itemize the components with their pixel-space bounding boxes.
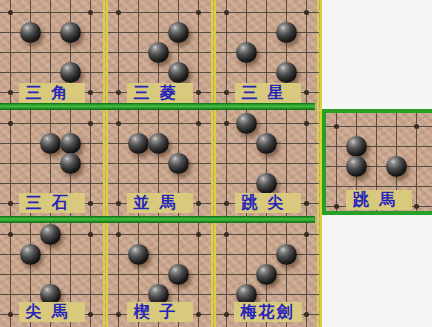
panel-tiao-ma: 跳馬 (326, 113, 432, 211)
black-stone (168, 62, 189, 83)
star-point-dot (414, 124, 419, 129)
formation-label-xie-zi: 楔子 (127, 302, 193, 322)
star-point-dot (224, 90, 229, 95)
star-point-dot (304, 232, 309, 237)
black-stone (256, 264, 277, 285)
star-point-dot (88, 10, 93, 15)
star-point-dot (304, 201, 309, 206)
star-point-dot (224, 232, 229, 237)
panel-san-jiao: 三角 (0, 0, 103, 103)
star-point-dot (196, 312, 201, 317)
star-point-dot (224, 10, 229, 15)
black-stone (20, 244, 41, 265)
star-point-dot (88, 312, 93, 317)
star-point-dot (196, 201, 201, 206)
star-point-dot (304, 121, 309, 126)
star-point-dot (196, 232, 201, 237)
row-separator-green-1 (0, 103, 315, 110)
star-point-dot (8, 201, 13, 206)
star-point-dot (334, 204, 339, 209)
black-stone (276, 62, 297, 83)
panel-bing-ma: 並馬 (108, 110, 211, 216)
star-point-dot (8, 121, 13, 126)
black-stone (148, 42, 169, 63)
black-stone (236, 42, 257, 63)
panel-xie-zi: 楔子 (108, 222, 211, 327)
go-shapes-chart: 三角三菱三星三石並馬跳尖跳馬尖馬楔子梅花劍 (0, 0, 432, 327)
black-stone (256, 133, 277, 154)
formation-label-san-shi: 三石 (19, 193, 85, 213)
star-point-dot (88, 90, 93, 95)
black-stone (236, 113, 257, 134)
panel-san-xing: 三星 (216, 0, 319, 103)
black-stone (168, 153, 189, 174)
star-point-dot (116, 90, 121, 95)
black-stone (60, 133, 81, 154)
star-point-dot (304, 90, 309, 95)
panel-san-ling: 三菱 (108, 0, 211, 103)
panel-jian-ma: 尖馬 (0, 222, 103, 327)
panel-tiao-jian: 跳尖 (216, 110, 319, 216)
star-point-dot (116, 201, 121, 206)
star-point-dot (196, 10, 201, 15)
star-point-dot (224, 312, 229, 317)
black-stone (40, 224, 61, 245)
black-stone (128, 244, 149, 265)
formation-label-jian-ma: 尖馬 (19, 302, 85, 322)
star-point-dot (8, 90, 13, 95)
black-stone (168, 22, 189, 43)
black-stone (386, 156, 407, 177)
star-point-dot (88, 121, 93, 126)
star-point-dot (88, 201, 93, 206)
star-point-dot (88, 232, 93, 237)
black-stone (346, 156, 367, 177)
star-point-dot (116, 312, 121, 317)
panel-san-shi: 三石 (0, 110, 103, 216)
black-stone (276, 244, 297, 265)
star-point-dot (304, 10, 309, 15)
star-point-dot (414, 204, 419, 209)
star-point-dot (196, 90, 201, 95)
star-point-dot (8, 312, 13, 317)
star-point-dot (8, 232, 13, 237)
star-point-dot (116, 121, 121, 126)
formation-label-tiao-ma: 跳馬 (346, 190, 412, 210)
black-stone (60, 22, 81, 43)
black-stone (148, 133, 169, 154)
formation-label-san-ling: 三菱 (127, 83, 193, 103)
formation-label-mei-hua-jian: 梅花劍 (234, 302, 302, 322)
formation-label-san-xing: 三星 (235, 83, 301, 103)
black-stone (168, 264, 189, 285)
formation-label-bing-ma: 並馬 (127, 193, 193, 213)
black-stone (40, 133, 61, 154)
black-stone (128, 133, 149, 154)
star-point-dot (224, 121, 229, 126)
black-stone (20, 22, 41, 43)
black-stone (60, 62, 81, 83)
black-stone (346, 136, 367, 157)
black-stone (60, 153, 81, 174)
black-stone (256, 173, 277, 194)
star-point-dot (334, 124, 339, 129)
formation-label-tiao-jian: 跳尖 (235, 193, 301, 213)
star-point-dot (304, 312, 309, 317)
star-point-dot (116, 10, 121, 15)
star-point-dot (116, 232, 121, 237)
black-stone (276, 22, 297, 43)
star-point-dot (8, 10, 13, 15)
formation-label-san-jiao: 三角 (19, 83, 85, 103)
star-point-dot (196, 121, 201, 126)
panel-mei-hua-jian: 梅花劍 (216, 222, 319, 327)
star-point-dot (224, 201, 229, 206)
